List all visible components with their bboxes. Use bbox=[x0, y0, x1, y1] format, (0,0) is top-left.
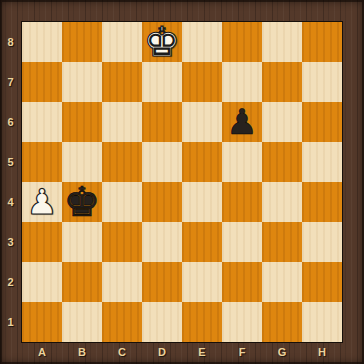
square-g2[interactable] bbox=[262, 262, 302, 302]
rank-label-7: 7 bbox=[0, 62, 21, 102]
square-c1[interactable] bbox=[102, 302, 142, 342]
square-f8[interactable] bbox=[222, 22, 262, 62]
square-h1[interactable] bbox=[302, 302, 342, 342]
square-d4[interactable] bbox=[142, 182, 182, 222]
square-f4[interactable] bbox=[222, 182, 262, 222]
board: ♚♟♟♚ bbox=[21, 21, 343, 343]
square-b5[interactable] bbox=[62, 142, 102, 182]
file-label-f: F bbox=[222, 343, 262, 361]
square-c2[interactable] bbox=[102, 262, 142, 302]
square-f3[interactable] bbox=[222, 222, 262, 262]
square-b4[interactable]: ♚ bbox=[62, 182, 102, 222]
square-c5[interactable] bbox=[102, 142, 142, 182]
square-h4[interactable] bbox=[302, 182, 342, 222]
square-b2[interactable] bbox=[62, 262, 102, 302]
file-label-e: E bbox=[182, 343, 222, 361]
file-label-g: G bbox=[262, 343, 302, 361]
square-b7[interactable] bbox=[62, 62, 102, 102]
square-f2[interactable] bbox=[222, 262, 262, 302]
file-label-a: A bbox=[22, 343, 62, 361]
square-a6[interactable] bbox=[22, 102, 62, 142]
square-g1[interactable] bbox=[262, 302, 302, 342]
rank-labels: 87654321 bbox=[0, 22, 21, 342]
rank-label-1: 1 bbox=[0, 302, 21, 342]
black-king-piece[interactable]: ♚ bbox=[62, 182, 102, 222]
square-b3[interactable] bbox=[62, 222, 102, 262]
square-a7[interactable] bbox=[22, 62, 62, 102]
square-b1[interactable] bbox=[62, 302, 102, 342]
square-c3[interactable] bbox=[102, 222, 142, 262]
square-b8[interactable] bbox=[62, 22, 102, 62]
square-g3[interactable] bbox=[262, 222, 302, 262]
square-d8[interactable]: ♚ bbox=[142, 22, 182, 62]
rank-label-5: 5 bbox=[0, 142, 21, 182]
square-h2[interactable] bbox=[302, 262, 342, 302]
square-f6[interactable]: ♟ bbox=[222, 102, 262, 142]
square-d6[interactable] bbox=[142, 102, 182, 142]
square-e3[interactable] bbox=[182, 222, 222, 262]
square-e7[interactable] bbox=[182, 62, 222, 102]
square-e6[interactable] bbox=[182, 102, 222, 142]
square-c6[interactable] bbox=[102, 102, 142, 142]
square-c7[interactable] bbox=[102, 62, 142, 102]
square-g5[interactable] bbox=[262, 142, 302, 182]
square-h5[interactable] bbox=[302, 142, 342, 182]
rank-label-8: 8 bbox=[0, 22, 21, 62]
rank-label-4: 4 bbox=[0, 182, 21, 222]
square-a2[interactable] bbox=[22, 262, 62, 302]
square-d5[interactable] bbox=[142, 142, 182, 182]
white-king-piece[interactable]: ♚ bbox=[142, 22, 182, 62]
square-e1[interactable] bbox=[182, 302, 222, 342]
square-h6[interactable] bbox=[302, 102, 342, 142]
square-c4[interactable] bbox=[102, 182, 142, 222]
square-e5[interactable] bbox=[182, 142, 222, 182]
square-f7[interactable] bbox=[222, 62, 262, 102]
file-label-c: C bbox=[102, 343, 142, 361]
square-a8[interactable] bbox=[22, 22, 62, 62]
square-a4[interactable]: ♟ bbox=[22, 182, 62, 222]
square-g6[interactable] bbox=[262, 102, 302, 142]
square-h3[interactable] bbox=[302, 222, 342, 262]
square-g4[interactable] bbox=[262, 182, 302, 222]
square-h7[interactable] bbox=[302, 62, 342, 102]
square-f1[interactable] bbox=[222, 302, 262, 342]
square-e4[interactable] bbox=[182, 182, 222, 222]
rank-label-2: 2 bbox=[0, 262, 21, 302]
file-label-b: B bbox=[62, 343, 102, 361]
rank-label-3: 3 bbox=[0, 222, 21, 262]
square-d2[interactable] bbox=[142, 262, 182, 302]
square-b6[interactable] bbox=[62, 102, 102, 142]
square-c8[interactable] bbox=[102, 22, 142, 62]
square-h8[interactable] bbox=[302, 22, 342, 62]
square-a3[interactable] bbox=[22, 222, 62, 262]
square-f5[interactable] bbox=[222, 142, 262, 182]
square-d3[interactable] bbox=[142, 222, 182, 262]
file-label-h: H bbox=[302, 343, 342, 361]
square-e8[interactable] bbox=[182, 22, 222, 62]
square-e2[interactable] bbox=[182, 262, 222, 302]
square-g8[interactable] bbox=[262, 22, 302, 62]
square-a1[interactable] bbox=[22, 302, 62, 342]
white-pawn-piece[interactable]: ♟ bbox=[22, 182, 62, 222]
file-label-d: D bbox=[142, 343, 182, 361]
file-labels: ABCDEFGH bbox=[22, 343, 342, 361]
square-g7[interactable] bbox=[262, 62, 302, 102]
square-d7[interactable] bbox=[142, 62, 182, 102]
rank-label-6: 6 bbox=[0, 102, 21, 142]
square-a5[interactable] bbox=[22, 142, 62, 182]
black-pawn-piece[interactable]: ♟ bbox=[222, 102, 262, 142]
chess-board-frame: 87654321 ♚♟♟♚ ABCDEFGH bbox=[0, 0, 364, 364]
square-d1[interactable] bbox=[142, 302, 182, 342]
